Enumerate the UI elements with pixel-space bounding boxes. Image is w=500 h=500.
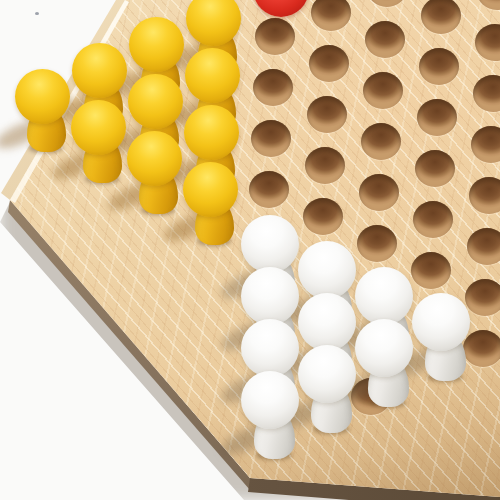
peg-ball bbox=[15, 69, 70, 124]
board-hole[interactable] bbox=[307, 96, 347, 133]
peg-ball bbox=[127, 131, 182, 186]
board-hole[interactable] bbox=[421, 0, 461, 34]
board-hole[interactable] bbox=[471, 126, 500, 163]
board-hole[interactable] bbox=[361, 123, 401, 160]
peg-ball bbox=[298, 345, 356, 403]
board-hole[interactable] bbox=[357, 225, 397, 262]
board-hole[interactable] bbox=[365, 21, 405, 58]
board-hole[interactable] bbox=[469, 177, 500, 214]
board-hole[interactable] bbox=[249, 171, 289, 208]
board-hole[interactable] bbox=[415, 150, 455, 187]
board-hole[interactable] bbox=[419, 48, 459, 85]
board-hole[interactable] bbox=[251, 120, 291, 157]
peg-ball bbox=[298, 241, 356, 299]
peg-ball bbox=[183, 162, 238, 217]
board-hole[interactable] bbox=[303, 198, 343, 235]
peg-ball bbox=[184, 105, 239, 160]
peg-ball bbox=[355, 267, 413, 325]
peg-ball bbox=[185, 48, 240, 103]
board-hole[interactable] bbox=[255, 18, 295, 55]
board-hole[interactable] bbox=[417, 99, 457, 136]
board-hole[interactable] bbox=[359, 174, 399, 211]
peg-ball bbox=[298, 293, 356, 351]
board-hole[interactable] bbox=[309, 45, 349, 82]
board-hole[interactable] bbox=[463, 330, 500, 367]
board-hole[interactable] bbox=[411, 252, 451, 289]
board-hole[interactable] bbox=[465, 279, 500, 316]
peg-ball bbox=[241, 267, 299, 325]
peg-ball bbox=[71, 100, 126, 155]
peg-ball bbox=[241, 319, 299, 377]
peg-ball bbox=[241, 215, 299, 273]
dust-speck bbox=[35, 12, 39, 15]
peg-ball bbox=[241, 371, 299, 429]
photo-canvas bbox=[0, 0, 500, 500]
board-hole[interactable] bbox=[467, 228, 500, 265]
board-hole[interactable] bbox=[363, 72, 403, 109]
peg-ball bbox=[412, 293, 470, 351]
peg-ball bbox=[129, 17, 184, 72]
board-hole[interactable] bbox=[305, 147, 345, 184]
peg-ball bbox=[355, 319, 413, 377]
board-hole[interactable] bbox=[413, 201, 453, 238]
peg-ball bbox=[128, 74, 183, 129]
board-hole[interactable] bbox=[253, 69, 293, 106]
peg-ball bbox=[72, 43, 127, 98]
